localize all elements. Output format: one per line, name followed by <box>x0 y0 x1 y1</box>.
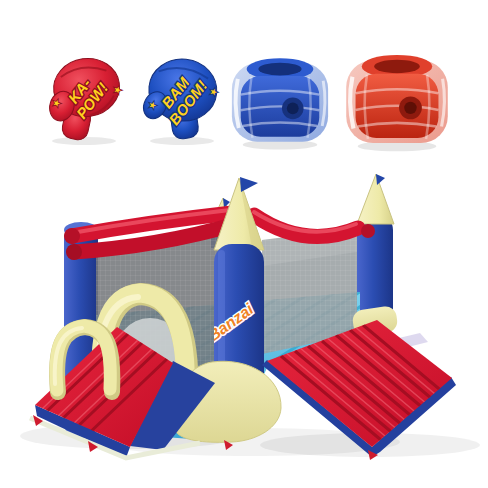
spire-flag <box>376 174 385 185</box>
product-photo: KA- POW! ★ ★ BAM BOOM! ★ ★ <box>0 0 488 488</box>
spire-flag <box>240 177 258 192</box>
right-tower <box>357 174 394 328</box>
castle-spire <box>357 174 394 224</box>
bounce-house: Banzai <box>0 0 488 488</box>
